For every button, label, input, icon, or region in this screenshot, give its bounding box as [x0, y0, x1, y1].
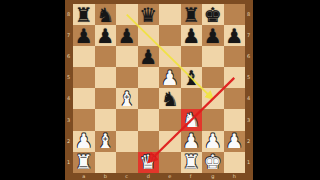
white-rook-a1: ♜ — [75, 152, 93, 172]
square-a5[interactable] — [73, 67, 95, 88]
square-h3[interactable] — [224, 109, 246, 130]
white-rook-f1: ♜ — [182, 152, 200, 172]
square-f4[interactable] — [181, 88, 203, 109]
square-f8[interactable]: ♜ — [181, 4, 203, 25]
black-pawn-g7: ♟ — [204, 25, 222, 45]
rank-label-right-8: 8 — [247, 12, 250, 17]
square-a6[interactable] — [73, 46, 95, 67]
square-e5[interactable]: ♟ — [159, 67, 181, 88]
black-pawn-h7: ♟ — [225, 25, 243, 45]
black-pawn-f7: ♟ — [182, 25, 200, 45]
rank-label-left-7: 7 — [67, 33, 70, 38]
square-c2[interactable] — [116, 131, 138, 152]
square-f3[interactable]: ♞ — [181, 109, 203, 130]
square-d4[interactable] — [138, 88, 160, 109]
black-knight-e4: ♞ — [161, 88, 179, 108]
white-pawn-a2: ♟ — [75, 131, 93, 151]
square-e4[interactable]: ♞ — [159, 88, 181, 109]
chess-board: ♜♞♛♜♚♟♟♟♟♟♟♟♟♝♝♞♞♟♝♟♟♟♜♛♜♚ — [73, 4, 245, 173]
white-pawn-h2: ♟ — [225, 131, 243, 151]
square-b6[interactable] — [95, 46, 117, 67]
square-b2[interactable]: ♝ — [95, 131, 117, 152]
file-label-d: d — [147, 174, 150, 179]
square-a3[interactable] — [73, 109, 95, 130]
square-h8[interactable] — [224, 4, 246, 25]
square-b4[interactable] — [95, 88, 117, 109]
file-label-g: g — [211, 174, 214, 179]
rank-label-left-2: 2 — [67, 139, 70, 144]
square-h1[interactable] — [224, 152, 246, 173]
black-rook-a8: ♜ — [75, 4, 93, 24]
square-g3[interactable] — [202, 109, 224, 130]
chess-board-frame: ♜♞♛♜♚♟♟♟♟♟♟♟♟♝♝♞♞♟♝♟♟♟♜♛♜♚ 8877665544332… — [65, 0, 253, 180]
black-pawn-a7: ♟ — [75, 25, 93, 45]
black-king-g8: ♚ — [204, 4, 222, 24]
white-queen-d1: ♛ — [139, 152, 157, 172]
rank-label-right-6: 6 — [247, 54, 250, 59]
rank-label-right-2: 2 — [247, 139, 250, 144]
square-g4[interactable] — [202, 88, 224, 109]
square-e2[interactable] — [159, 131, 181, 152]
square-b8[interactable]: ♞ — [95, 4, 117, 25]
square-d8[interactable]: ♛ — [138, 4, 160, 25]
black-pawn-c7: ♟ — [118, 25, 136, 45]
square-b3[interactable] — [95, 109, 117, 130]
black-pawn-d6: ♟ — [139, 46, 157, 66]
square-g2[interactable]: ♟ — [202, 131, 224, 152]
square-c5[interactable] — [116, 67, 138, 88]
square-e3[interactable] — [159, 109, 181, 130]
square-g7[interactable]: ♟ — [202, 25, 224, 46]
file-label-b: b — [104, 174, 107, 179]
rank-label-left-3: 3 — [67, 118, 70, 123]
rank-label-right-5: 5 — [247, 75, 250, 80]
square-d3[interactable] — [138, 109, 160, 130]
square-c3[interactable] — [116, 109, 138, 130]
board-grid: ♜♞♛♜♚♟♟♟♟♟♟♟♟♝♝♞♞♟♝♟♟♟♜♛♜♚ — [73, 4, 245, 173]
file-label-f: f — [190, 174, 192, 179]
black-rook-f8: ♜ — [182, 4, 200, 24]
square-c8[interactable] — [116, 4, 138, 25]
square-h7[interactable]: ♟ — [224, 25, 246, 46]
square-a7[interactable]: ♟ — [73, 25, 95, 46]
square-b1[interactable] — [95, 152, 117, 173]
square-f2[interactable]: ♟ — [181, 131, 203, 152]
square-g6[interactable] — [202, 46, 224, 67]
rank-label-left-6: 6 — [67, 54, 70, 59]
white-pawn-f2: ♟ — [182, 131, 200, 151]
square-d7[interactable] — [138, 25, 160, 46]
white-pawn-g2: ♟ — [204, 131, 222, 151]
square-c7[interactable]: ♟ — [116, 25, 138, 46]
video-frame: ♜♞♛♜♚♟♟♟♟♟♟♟♟♝♝♞♞♟♝♟♟♟♜♛♜♚ 8877665544332… — [0, 0, 320, 180]
square-h4[interactable] — [224, 88, 246, 109]
square-g8[interactable]: ♚ — [202, 4, 224, 25]
square-f6[interactable] — [181, 46, 203, 67]
square-e8[interactable] — [159, 4, 181, 25]
square-e6[interactable] — [159, 46, 181, 67]
square-d5[interactable] — [138, 67, 160, 88]
rank-label-right-1: 1 — [247, 160, 250, 165]
square-h2[interactable]: ♟ — [224, 131, 246, 152]
file-label-a: a — [82, 174, 85, 179]
white-bishop-c4: ♝ — [118, 88, 136, 108]
file-label-e: e — [168, 174, 171, 179]
square-b7[interactable]: ♟ — [95, 25, 117, 46]
square-c4[interactable]: ♝ — [116, 88, 138, 109]
square-d1[interactable]: ♛ — [138, 152, 160, 173]
right-letterbox — [253, 0, 320, 180]
square-e1[interactable] — [159, 152, 181, 173]
square-a8[interactable]: ♜ — [73, 4, 95, 25]
rank-label-left-4: 4 — [67, 96, 70, 101]
white-knight-f3: ♞ — [182, 110, 200, 130]
square-g5[interactable] — [202, 67, 224, 88]
square-c1[interactable] — [116, 152, 138, 173]
black-knight-b8: ♞ — [96, 4, 114, 24]
white-king-g1: ♚ — [204, 152, 222, 172]
square-f7[interactable]: ♟ — [181, 25, 203, 46]
square-a1[interactable]: ♜ — [73, 152, 95, 173]
square-h5[interactable] — [224, 67, 246, 88]
square-f5[interactable]: ♝ — [181, 67, 203, 88]
rank-label-right-4: 4 — [247, 96, 250, 101]
file-label-h: h — [233, 174, 236, 179]
square-g1[interactable]: ♚ — [202, 152, 224, 173]
square-c6[interactable] — [116, 46, 138, 67]
rank-label-left-1: 1 — [67, 160, 70, 165]
square-h6[interactable] — [224, 46, 246, 67]
file-label-c: c — [125, 174, 128, 179]
square-e7[interactable] — [159, 25, 181, 46]
left-letterbox — [0, 0, 65, 180]
square-d2[interactable] — [138, 131, 160, 152]
white-bishop-b2: ♝ — [96, 131, 114, 151]
rank-label-left-8: 8 — [67, 12, 70, 17]
black-pawn-b7: ♟ — [96, 25, 114, 45]
black-bishop-f5: ♝ — [182, 67, 200, 87]
rank-label-right-3: 3 — [247, 118, 250, 123]
square-a2[interactable]: ♟ — [73, 131, 95, 152]
square-a4[interactable] — [73, 88, 95, 109]
square-b5[interactable] — [95, 67, 117, 88]
square-f1[interactable]: ♜ — [181, 152, 203, 173]
square-d6[interactable]: ♟ — [138, 46, 160, 67]
rank-label-right-7: 7 — [247, 33, 250, 38]
white-pawn-e5: ♟ — [161, 67, 179, 87]
rank-label-left-5: 5 — [67, 75, 70, 80]
black-queen-d8: ♛ — [139, 4, 157, 24]
